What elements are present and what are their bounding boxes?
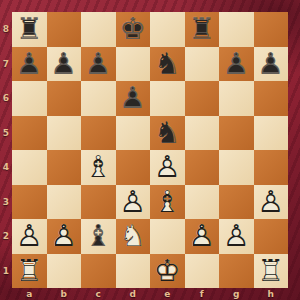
square-d3[interactable]: ♟♙ [116,185,151,220]
square-e4[interactable]: ♟♙ [150,150,185,185]
square-a4[interactable] [12,150,47,185]
square-c7[interactable]: ♟♙ [81,47,116,82]
square-f8[interactable]: ♜♖ [185,12,220,47]
square-a3[interactable] [12,185,47,220]
file-label-f: f [185,288,220,300]
square-b5[interactable] [47,116,82,151]
square-d1[interactable] [116,254,151,289]
square-d2[interactable]: ♞♘ [116,219,151,254]
chess-diagram: ♜♖♚♔♜♖♟♙♟♙♟♙♞♘♟♙♟♙♟♙♞♘♝♗♟♙♟♙♝♗♟♙♟♙♟♙♝♗♞♘… [0,0,300,300]
square-f2[interactable]: ♟♙ [185,219,220,254]
square-c4[interactable]: ♝♗ [81,150,116,185]
square-c6[interactable] [81,81,116,116]
white-bishop: ♝♗ [150,185,185,220]
black-knight: ♞♘ [150,47,185,82]
file-label-c: c [81,288,116,300]
square-e2[interactable] [150,219,185,254]
square-h1[interactable]: ♜♖ [254,254,289,289]
square-a6[interactable] [12,81,47,116]
square-h2[interactable] [254,219,289,254]
black-pawn: ♟♙ [219,47,254,82]
white-rook: ♜♖ [12,254,47,289]
square-f1[interactable] [185,254,220,289]
square-d4[interactable] [116,150,151,185]
rank-label-5: 5 [0,116,12,151]
square-g1[interactable] [219,254,254,289]
square-g8[interactable] [219,12,254,47]
white-knight: ♞♘ [116,219,151,254]
square-d7[interactable] [116,47,151,82]
square-g2[interactable]: ♟♙ [219,219,254,254]
black-rook: ♜♖ [185,12,220,47]
white-pawn: ♟♙ [116,185,151,220]
square-b2[interactable]: ♟♙ [47,219,82,254]
square-b3[interactable] [47,185,82,220]
square-b8[interactable] [47,12,82,47]
file-label-g: g [219,288,254,300]
square-h8[interactable] [254,12,289,47]
black-knight: ♞♘ [150,116,185,151]
white-pawn: ♟♙ [12,219,47,254]
white-king: ♚♔ [150,254,185,289]
square-e6[interactable] [150,81,185,116]
white-pawn: ♟♙ [185,219,220,254]
square-h7[interactable]: ♟♙ [254,47,289,82]
rank-label-6: 6 [0,81,12,116]
square-a7[interactable]: ♟♙ [12,47,47,82]
square-c3[interactable] [81,185,116,220]
square-d8[interactable]: ♚♔ [116,12,151,47]
square-a1[interactable]: ♜♖ [12,254,47,289]
square-e8[interactable] [150,12,185,47]
square-g5[interactable] [219,116,254,151]
white-pawn: ♟♙ [254,185,289,220]
white-bishop: ♝♗ [81,150,116,185]
square-g3[interactable] [219,185,254,220]
square-c5[interactable] [81,116,116,151]
square-c8[interactable] [81,12,116,47]
square-a2[interactable]: ♟♙ [12,219,47,254]
square-h5[interactable] [254,116,289,151]
square-d6[interactable]: ♟♙ [116,81,151,116]
square-f3[interactable] [185,185,220,220]
rank-label-2: 2 [0,219,12,254]
black-bishop: ♝♗ [81,219,116,254]
black-pawn: ♟♙ [81,47,116,82]
square-g6[interactable] [219,81,254,116]
white-pawn: ♟♙ [219,219,254,254]
square-h6[interactable] [254,81,289,116]
square-e5[interactable]: ♞♘ [150,116,185,151]
square-f7[interactable] [185,47,220,82]
square-e1[interactable]: ♚♔ [150,254,185,289]
rank-label-7: 7 [0,47,12,82]
rank-label-4: 4 [0,150,12,185]
file-label-b: b [47,288,82,300]
square-e3[interactable]: ♝♗ [150,185,185,220]
white-pawn: ♟♙ [150,150,185,185]
square-b6[interactable] [47,81,82,116]
square-b1[interactable] [47,254,82,289]
square-e7[interactable]: ♞♘ [150,47,185,82]
square-f6[interactable] [185,81,220,116]
square-h3[interactable]: ♟♙ [254,185,289,220]
file-label-e: e [150,288,185,300]
square-b7[interactable]: ♟♙ [47,47,82,82]
square-d5[interactable] [116,116,151,151]
rank-label-8: 8 [0,12,12,47]
square-b4[interactable] [47,150,82,185]
square-f4[interactable] [185,150,220,185]
rank-label-3: 3 [0,185,12,220]
square-c2[interactable]: ♝♗ [81,219,116,254]
white-rook: ♜♖ [254,254,289,289]
square-h4[interactable] [254,150,289,185]
file-label-d: d [116,288,151,300]
black-rook: ♜♖ [12,12,47,47]
rank-label-1: 1 [0,254,12,289]
black-pawn: ♟♙ [116,81,151,116]
square-f5[interactable] [185,116,220,151]
square-a8[interactable]: ♜♖ [12,12,47,47]
square-g4[interactable] [219,150,254,185]
black-pawn: ♟♙ [254,47,289,82]
file-label-a: a [12,288,47,300]
black-pawn: ♟♙ [47,47,82,82]
file-label-h: h [254,288,289,300]
white-pawn: ♟♙ [47,219,82,254]
square-a5[interactable] [12,116,47,151]
square-c1[interactable] [81,254,116,289]
black-king: ♚♔ [116,12,151,47]
square-g7[interactable]: ♟♙ [219,47,254,82]
chess-board: ♜♖♚♔♜♖♟♙♟♙♟♙♞♘♟♙♟♙♟♙♞♘♝♗♟♙♟♙♝♗♟♙♟♙♟♙♝♗♞♘… [12,12,288,288]
black-pawn: ♟♙ [12,47,47,82]
